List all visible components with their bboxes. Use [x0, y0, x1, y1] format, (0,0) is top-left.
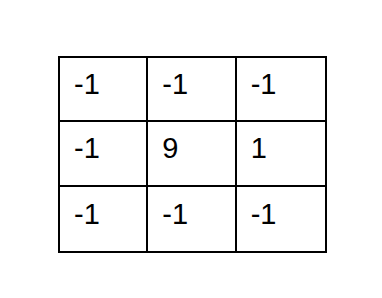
- grid-cell-r2c2: -1: [237, 187, 325, 251]
- grid-cell-r0c0: -1: [60, 58, 148, 122]
- grid-cell-r1c2: 1: [237, 122, 325, 186]
- grid-cell-r2c1: -1: [148, 187, 236, 251]
- grid-cell-r0c2: -1: [237, 58, 325, 122]
- grid-cell-r1c0: -1: [60, 122, 148, 186]
- grid-cell-r2c0: -1: [60, 187, 148, 251]
- grid-cell-r1c1: 9: [148, 122, 236, 186]
- grid-cell-r0c1: -1: [148, 58, 236, 122]
- number-grid: -1 -1 -1 -1 9 1 -1 -1 -1: [58, 56, 327, 253]
